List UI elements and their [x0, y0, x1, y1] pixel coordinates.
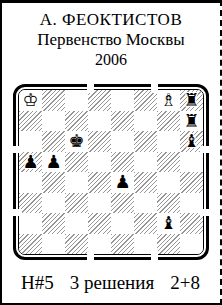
square-e8 [111, 90, 134, 111]
square-g4 [157, 172, 180, 193]
square-e1 [111, 234, 134, 255]
square-c3 [65, 193, 88, 214]
frame-gap-left-1 [12, 146, 22, 153]
square-e2 [111, 213, 134, 234]
piece-black-pawn-e4: ♟ [111, 172, 134, 193]
square-e3 [111, 193, 134, 214]
frame-gap-right-1 [200, 146, 210, 153]
frame-gap-right-2 [200, 209, 210, 216]
square-a5: ♟ [19, 152, 42, 173]
piece-black-pawn-b5: ♟ [42, 152, 65, 173]
square-c5 [65, 152, 88, 173]
square-b2 [42, 213, 65, 234]
square-e6 [111, 131, 134, 152]
event-name: Первенство Москвы [2, 30, 220, 50]
square-e4: ♟ [111, 172, 134, 193]
square-f8 [134, 90, 157, 111]
piece-black-king-c6: ♚ [65, 131, 88, 152]
square-d4 [88, 172, 111, 193]
square-c4 [65, 172, 88, 193]
piece-black-pawn-a5: ♟ [19, 152, 42, 173]
square-a7 [19, 111, 42, 132]
square-h7: ♜ [180, 111, 203, 132]
square-b4 [42, 172, 65, 193]
stipulation-label: H#5 [21, 272, 54, 294]
square-d7 [88, 111, 111, 132]
frame-gap-bottom-1 [87, 251, 94, 261]
board-frame: ♔♗♜♜♚♝♟♟♟♝ [13, 84, 209, 260]
square-d6 [88, 131, 111, 152]
square-g8: ♗ [157, 90, 180, 111]
square-h8: ♜ [180, 90, 203, 111]
square-c2 [65, 213, 88, 234]
square-f5 [134, 152, 157, 173]
square-c1 [65, 234, 88, 255]
diagram-page: А. ФЕОКТИСТОВ Первенство Москвы 2006 ♔♗♜… [0, 0, 222, 305]
square-b1 [42, 234, 65, 255]
material-count-label: 2+8 [170, 272, 200, 294]
square-f7 [134, 111, 157, 132]
square-b8 [42, 90, 65, 111]
square-a6 [19, 131, 42, 152]
square-g7 [157, 111, 180, 132]
frame-gap-top-2 [151, 83, 158, 93]
square-f6 [134, 131, 157, 152]
solutions-label: 3 решения [70, 272, 154, 294]
frame-gap-top-1 [87, 83, 94, 93]
frame-gap-left-2 [12, 209, 22, 216]
piece-white-king-a8: ♔ [19, 90, 42, 111]
square-d5 [88, 152, 111, 173]
board-squares: ♔♗♜♜♚♝♟♟♟♝ [18, 89, 204, 255]
square-c6: ♚ [65, 131, 88, 152]
square-f3 [134, 193, 157, 214]
square-a4 [19, 172, 42, 193]
square-h5 [180, 152, 203, 173]
piece-white-bishop-g8: ♗ [157, 90, 180, 111]
frame-gap-bottom-2 [151, 251, 158, 261]
square-f4 [134, 172, 157, 193]
square-e7 [111, 111, 134, 132]
square-c8 [65, 90, 88, 111]
square-f2 [134, 213, 157, 234]
square-b3 [42, 193, 65, 214]
square-g1 [157, 234, 180, 255]
chess-board: ♔♗♜♜♚♝♟♟♟♝ [13, 84, 209, 260]
square-c7 [65, 111, 88, 132]
piece-black-rook-h8: ♜ [180, 90, 203, 111]
square-b6 [42, 131, 65, 152]
square-d8 [88, 90, 111, 111]
square-g6 [157, 131, 180, 152]
event-year: 2006 [2, 50, 220, 69]
square-a8: ♔ [19, 90, 42, 111]
square-g2: ♝ [157, 213, 180, 234]
square-h2 [180, 213, 203, 234]
title-block: А. ФЕОКТИСТОВ Первенство Москвы 2006 [2, 10, 220, 69]
square-h4 [180, 172, 203, 193]
square-e5 [111, 152, 134, 173]
piece-black-rook-h7: ♜ [180, 111, 203, 132]
piece-black-bishop-g2: ♝ [157, 213, 180, 234]
author-name: А. ФЕОКТИСТОВ [2, 10, 220, 30]
caption-row: H#5 3 решения 2+8 [21, 272, 200, 294]
square-a1 [19, 234, 42, 255]
square-d2 [88, 213, 111, 234]
square-b7 [42, 111, 65, 132]
square-g5 [157, 152, 180, 173]
square-g3 [157, 193, 180, 214]
square-h1 [180, 234, 203, 255]
square-d3 [88, 193, 111, 214]
square-a3 [19, 193, 42, 214]
square-b5: ♟ [42, 152, 65, 173]
square-a2 [19, 213, 42, 234]
